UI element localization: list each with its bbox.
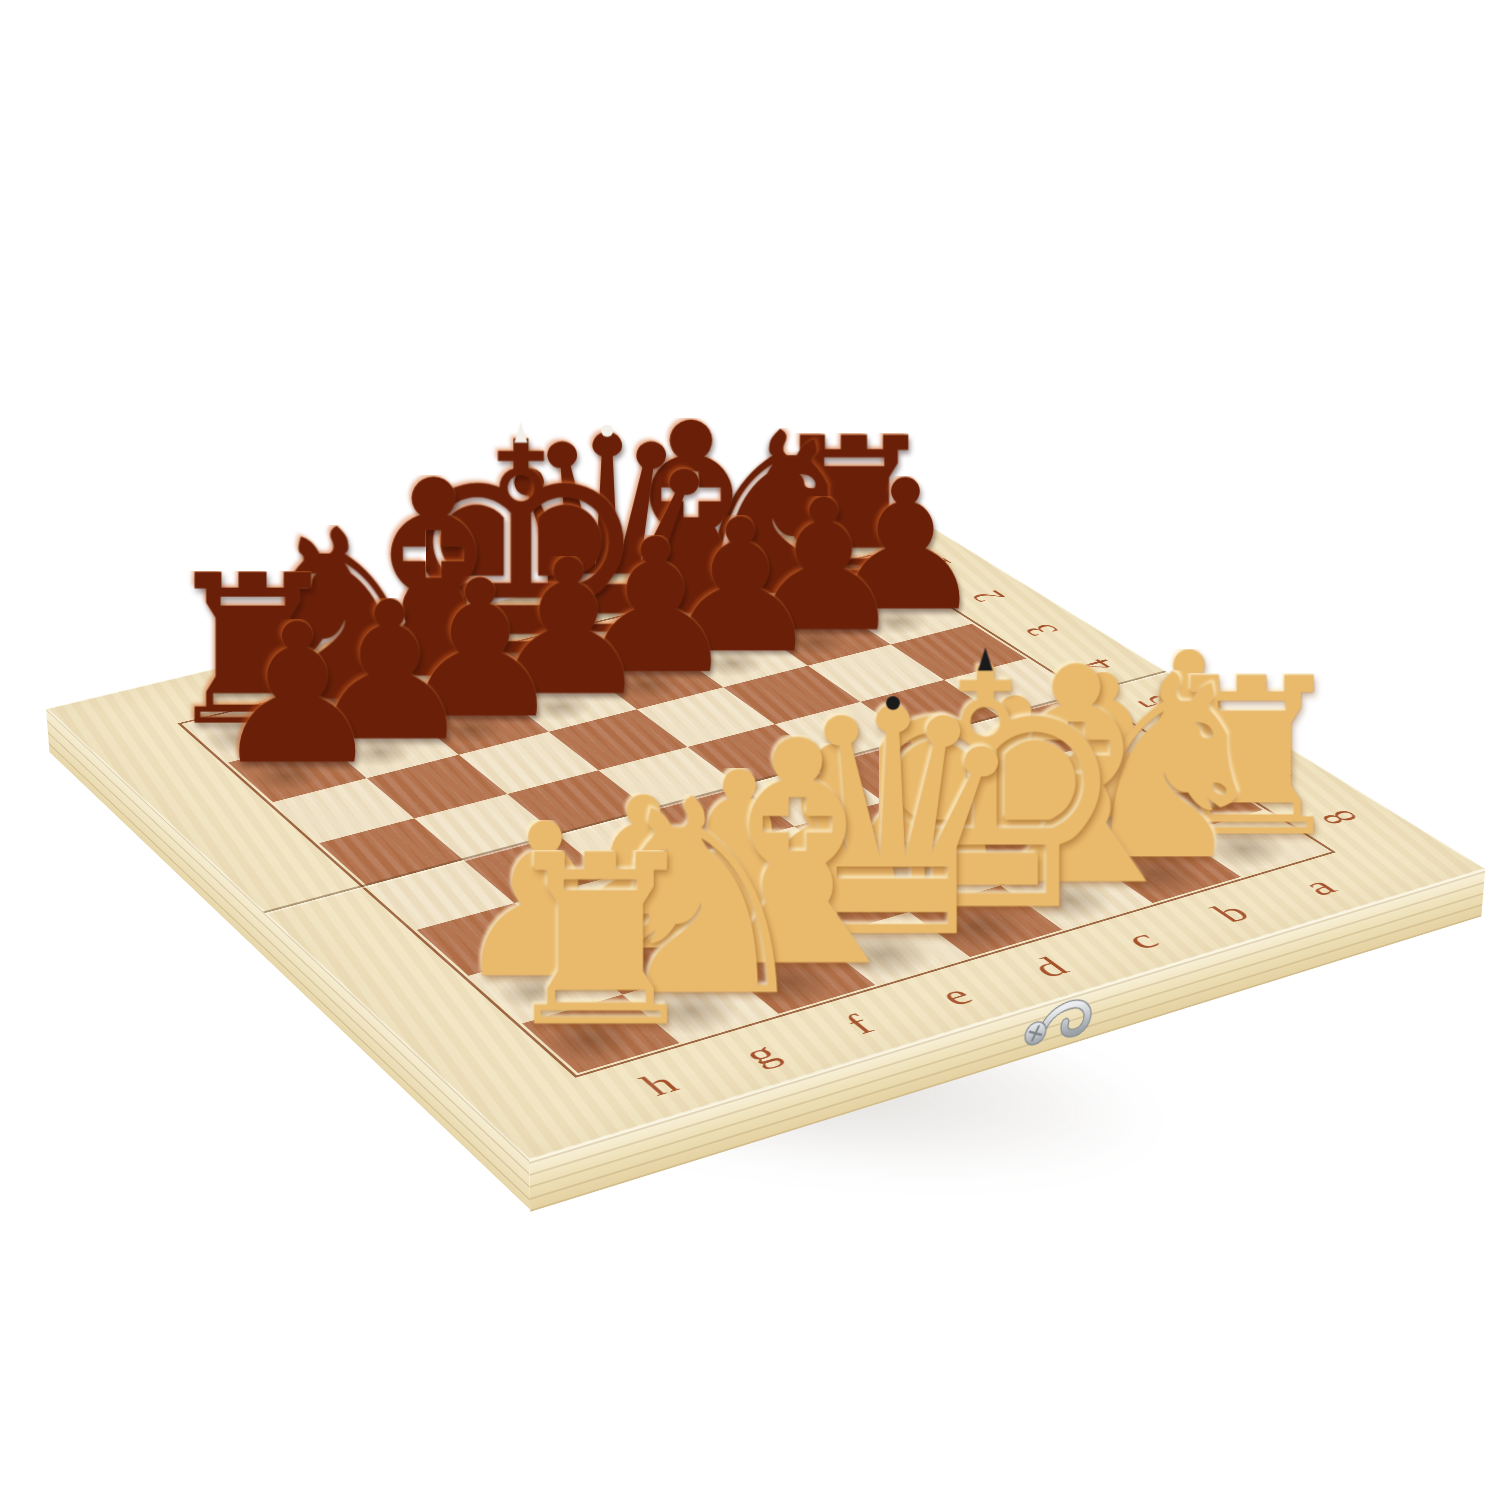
shadow-e2	[514, 687, 606, 727]
chess-board: hgfedcba 12345678	[46, 506, 1485, 1160]
light-rook-glyph: ♜	[495, 850, 706, 1034]
shadow-g1	[275, 688, 395, 741]
shadow-g2	[334, 732, 427, 774]
product-photo: hgfedcba 12345678	[0, 0, 1500, 1500]
shadow-f2	[425, 709, 517, 750]
shadow-b1	[707, 585, 823, 633]
shadow-h1	[187, 712, 300, 762]
shadow-c1	[627, 606, 739, 652]
scene: hgfedcba 12345678	[0, 0, 1500, 1500]
